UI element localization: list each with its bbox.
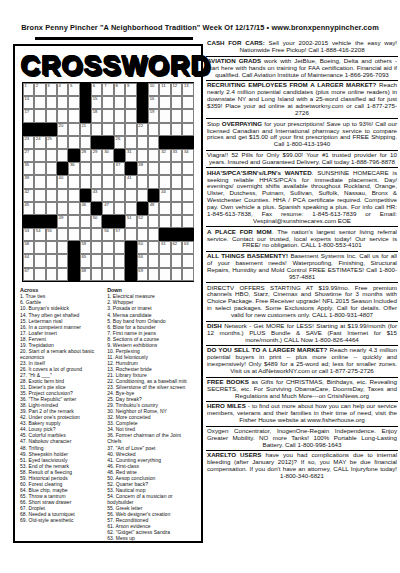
cell-number: 60: [138, 242, 143, 247]
white-cell[interactable]: [46, 202, 57, 215]
black-cell: [148, 189, 159, 202]
white-cell[interactable]: [34, 109, 45, 122]
black-cell: [80, 96, 91, 109]
white-cell[interactable]: [114, 241, 125, 254]
white-cell[interactable]: [182, 254, 193, 267]
white-cell[interactable]: 12: [171, 83, 182, 96]
white-cell[interactable]: [102, 162, 113, 175]
white-cell[interactable]: 65: [80, 254, 91, 267]
white-cell[interactable]: 69: [137, 268, 148, 281]
white-cell[interactable]: [57, 136, 68, 149]
white-cell[interactable]: [68, 109, 79, 122]
white-cell[interactable]: [182, 189, 193, 202]
white-cell[interactable]: 27: [23, 149, 34, 162]
white-cell[interactable]: [102, 109, 113, 122]
cell-number: 18: [93, 110, 98, 115]
white-cell[interactable]: [159, 175, 170, 188]
white-cell[interactable]: [182, 202, 193, 215]
white-cell[interactable]: [34, 175, 45, 188]
down-clue: 36. Former chairman of the Joint Chiefs: [107, 432, 196, 444]
black-cell: [91, 136, 102, 149]
classified-ad: AVIATION GRADS work with JetBlue, Boeing…: [206, 57, 398, 82]
cell-number: 31: [127, 150, 132, 155]
white-cell[interactable]: 38: [137, 162, 148, 175]
white-cell[interactable]: 6: [91, 83, 102, 96]
white-cell[interactable]: 51: [125, 215, 136, 228]
across-clues: 1. True ties6. Garble10. Bunyan's sideki…: [20, 293, 102, 523]
white-cell[interactable]: 5: [68, 83, 79, 96]
white-cell[interactable]: [57, 202, 68, 215]
cell-number: 3: [47, 84, 49, 89]
white-cell[interactable]: [80, 215, 91, 228]
down-clue-column: Down 1. Electrical measure2. Whopper3. P…: [107, 287, 196, 541]
white-cell[interactable]: 46: [80, 202, 91, 215]
white-cell[interactable]: [182, 109, 193, 122]
white-cell[interactable]: [68, 228, 79, 241]
black-cell: [125, 241, 136, 254]
cell-number: 33: [173, 150, 178, 155]
white-cell[interactable]: 55: [46, 228, 57, 241]
white-cell[interactable]: 17: [23, 109, 34, 122]
white-cell[interactable]: 7: [102, 83, 113, 96]
black-cell: [68, 149, 79, 162]
white-cell[interactable]: [102, 123, 113, 136]
cell-number: 15: [93, 97, 98, 102]
white-cell[interactable]: [171, 123, 182, 136]
white-cell[interactable]: 18: [91, 109, 102, 122]
white-cell[interactable]: 24: [34, 136, 45, 149]
white-cell[interactable]: [68, 96, 79, 109]
white-cell[interactable]: 43: [91, 189, 102, 202]
white-cell[interactable]: [125, 189, 136, 202]
white-cell[interactable]: [114, 189, 125, 202]
white-cell[interactable]: [68, 189, 79, 202]
white-cell[interactable]: [91, 123, 102, 136]
white-cell[interactable]: [171, 96, 182, 109]
white-cell[interactable]: [148, 254, 159, 267]
cell-number: 8: [116, 84, 118, 89]
white-cell[interactable]: [102, 268, 113, 281]
white-cell[interactable]: 9: [125, 83, 136, 96]
black-cell: [68, 241, 79, 254]
white-cell[interactable]: 21: [80, 123, 91, 136]
white-cell[interactable]: [46, 149, 57, 162]
white-cell[interactable]: [102, 189, 113, 202]
cell-number: 30: [104, 150, 109, 155]
white-cell[interactable]: 53: [23, 228, 34, 241]
cell-number: 21: [81, 124, 86, 129]
white-cell[interactable]: [46, 96, 57, 109]
cell-number: 19: [150, 110, 155, 115]
black-cell: [171, 136, 182, 149]
white-cell[interactable]: [57, 109, 68, 122]
classified-ad: RECRUITING EMPLOYEES FROM A LARGER MARKE…: [206, 81, 398, 119]
black-cell: [23, 123, 34, 136]
white-cell[interactable]: [57, 228, 68, 241]
cell-number: 68: [81, 269, 86, 274]
crossword-panel: CROSSWORD 123456789101112131415161718192…: [13, 44, 203, 543]
white-cell[interactable]: 35: [23, 162, 34, 175]
white-cell[interactable]: [114, 123, 125, 136]
white-cell[interactable]: [34, 96, 45, 109]
black-cell: [80, 109, 91, 122]
black-cell: [34, 215, 45, 228]
white-cell[interactable]: 3: [46, 83, 57, 96]
white-cell[interactable]: [148, 215, 159, 228]
white-cell[interactable]: [102, 175, 113, 188]
white-cell[interactable]: [137, 136, 148, 149]
white-cell[interactable]: [137, 175, 148, 188]
white-cell[interactable]: [159, 162, 170, 175]
black-cell: [125, 162, 136, 175]
cell-number: 50: [93, 216, 98, 221]
white-cell[interactable]: [182, 175, 193, 188]
cell-number: 9: [127, 84, 129, 89]
black-cell: [114, 215, 125, 228]
white-cell[interactable]: [148, 228, 159, 241]
white-cell[interactable]: 19: [148, 109, 159, 122]
white-cell[interactable]: [159, 109, 170, 122]
white-cell[interactable]: 50: [91, 215, 102, 228]
black-cell: [125, 254, 136, 267]
white-cell[interactable]: 60: [137, 241, 148, 254]
white-cell[interactable]: 1: [23, 83, 34, 96]
white-cell[interactable]: [182, 162, 193, 175]
classified-ad: CASH FOR CARS: Sell your 2002-2015 vehic…: [206, 39, 398, 57]
white-cell[interactable]: [171, 202, 182, 215]
cell-number: 54: [36, 229, 41, 234]
white-cell[interactable]: 54: [34, 228, 45, 241]
white-cell[interactable]: [80, 162, 91, 175]
white-cell[interactable]: [125, 228, 136, 241]
white-cell[interactable]: [34, 241, 45, 254]
black-cell: [80, 83, 91, 96]
white-cell[interactable]: 15: [91, 96, 102, 109]
white-cell[interactable]: [159, 96, 170, 109]
cell-number: 32: [161, 150, 166, 155]
white-cell[interactable]: 22: [137, 123, 148, 136]
white-cell[interactable]: [148, 123, 159, 136]
cell-number: 67: [24, 269, 29, 274]
white-cell[interactable]: [171, 109, 182, 122]
white-cell[interactable]: [148, 175, 159, 188]
white-cell[interactable]: 40: [57, 175, 68, 188]
black-cell: [57, 162, 68, 175]
cell-number: 64: [24, 255, 29, 260]
cell-number: 66: [138, 255, 143, 260]
white-cell[interactable]: 34: [182, 149, 193, 162]
black-cell: [159, 228, 170, 241]
crossword-grid[interactable]: 1234567891011121314151617181920212223242…: [22, 82, 195, 282]
white-cell[interactable]: [46, 162, 57, 175]
white-cell[interactable]: 33: [171, 149, 182, 162]
classified-ad: DIRECTV OFFERS STARTING AT $19.99/mo. Fr…: [206, 283, 398, 321]
white-cell[interactable]: 39: [23, 175, 34, 188]
white-cell[interactable]: 13: [182, 83, 193, 96]
classified-ad: Viagra!! 52 Pills for Only $99.00! Your …: [206, 151, 398, 169]
masthead-website: www.bronxpennypincher.com: [271, 23, 378, 32]
black-cell: [159, 136, 170, 149]
white-cell[interactable]: 32: [159, 149, 170, 162]
white-cell[interactable]: 48: [148, 202, 159, 215]
white-cell[interactable]: 47: [102, 202, 113, 215]
black-cell: [125, 268, 136, 281]
white-cell[interactable]: 11: [159, 83, 170, 96]
white-cell[interactable]: [102, 254, 113, 267]
white-cell[interactable]: 28: [80, 149, 91, 162]
white-cell[interactable]: [182, 123, 193, 136]
white-cell[interactable]: [114, 96, 125, 109]
masthead-text: Bronx Penny Pincher "A Neighborhood Trad…: [21, 23, 271, 32]
white-cell[interactable]: [159, 202, 170, 215]
white-cell[interactable]: 10: [148, 83, 159, 96]
black-cell: [102, 136, 113, 149]
cell-number: 29: [93, 150, 98, 155]
cell-number: 24: [36, 137, 41, 142]
white-cell[interactable]: [57, 254, 68, 267]
white-cell[interactable]: [182, 215, 193, 228]
white-cell[interactable]: [171, 162, 182, 175]
masthead: Bronx Penny Pincher "A Neighborhood Trad…: [0, 23, 400, 32]
down-clues: 1. Electrical measure2. Whopper3. Posada…: [107, 293, 196, 541]
cell-number: 52: [138, 216, 143, 221]
classified-ad: HERO MILES - to find out more about how …: [206, 402, 398, 427]
cell-number: 55: [47, 229, 52, 234]
cell-number: 1: [24, 84, 26, 89]
cell-number: 65: [81, 255, 86, 260]
black-cell: [91, 202, 102, 215]
white-cell[interactable]: [148, 268, 159, 281]
white-cell[interactable]: [125, 136, 136, 149]
across-clue-column: Across 1. True ties6. Garble10. Bunyan's…: [20, 287, 102, 541]
black-cell: [137, 83, 148, 96]
black-cell: [102, 215, 113, 228]
white-cell[interactable]: [171, 189, 182, 202]
white-cell[interactable]: 14: [23, 96, 34, 109]
white-cell[interactable]: 63: [182, 241, 193, 254]
cell-number: 42: [24, 190, 29, 195]
white-cell[interactable]: [46, 268, 57, 281]
white-cell[interactable]: [57, 241, 68, 254]
black-cell: [182, 228, 193, 241]
cell-number: 35: [24, 163, 29, 168]
cell-number: 56: [104, 229, 109, 234]
white-cell[interactable]: 61: [159, 241, 170, 254]
down-label: Down: [107, 287, 196, 293]
cell-number: 45: [24, 203, 29, 208]
white-cell[interactable]: 41: [125, 175, 136, 188]
white-cell[interactable]: [125, 202, 136, 215]
classified-ad: XARELTO USERS have you had complications…: [206, 451, 398, 481]
white-cell[interactable]: 36: [68, 162, 79, 175]
white-cell[interactable]: 26: [114, 136, 125, 149]
white-cell[interactable]: 25: [46, 136, 57, 149]
white-cell[interactable]: [171, 268, 182, 281]
classified-ad: ALL THINGS BASEMENTY! Basement Systems I…: [206, 252, 398, 283]
cell-number: 4: [59, 84, 61, 89]
white-cell[interactable]: [171, 215, 182, 228]
white-cell[interactable]: [159, 268, 170, 281]
crossword-title: CROSSWORD: [20, 49, 196, 81]
white-cell[interactable]: 67: [23, 268, 34, 281]
cell-number: 46: [81, 203, 86, 208]
cell-number: 57: [116, 229, 121, 234]
white-cell[interactable]: [137, 228, 148, 241]
white-cell[interactable]: [102, 96, 113, 109]
white-cell[interactable]: 37: [114, 162, 125, 175]
white-cell[interactable]: [114, 268, 125, 281]
white-cell[interactable]: 59: [80, 241, 91, 254]
white-cell[interactable]: 57: [114, 228, 125, 241]
white-cell[interactable]: [114, 202, 125, 215]
white-cell[interactable]: [114, 175, 125, 188]
white-cell[interactable]: 23: [23, 136, 34, 149]
white-cell[interactable]: [148, 241, 159, 254]
white-cell[interactable]: [34, 254, 45, 267]
white-cell[interactable]: [34, 149, 45, 162]
white-cell[interactable]: [57, 268, 68, 281]
cell-number: 23: [24, 137, 29, 142]
white-cell[interactable]: 62: [171, 241, 182, 254]
white-cell[interactable]: 49: [57, 215, 68, 228]
black-cell: [137, 202, 148, 215]
white-cell[interactable]: [57, 96, 68, 109]
white-cell[interactable]: 52: [137, 215, 148, 228]
white-cell[interactable]: [80, 136, 91, 149]
white-cell[interactable]: 31: [125, 149, 136, 162]
down-clue: 54. Concern of a musician or bodybuilder: [107, 493, 196, 505]
white-cell[interactable]: 44: [159, 189, 170, 202]
white-cell[interactable]: 30: [102, 149, 113, 162]
white-cell[interactable]: 58: [23, 241, 34, 254]
white-cell[interactable]: [91, 254, 102, 267]
white-cell[interactable]: [91, 228, 102, 241]
cell-number: 49: [59, 216, 64, 221]
ad-text: Network - Get MORE for LESS! Starting at…: [207, 322, 397, 343]
cell-number: 16: [150, 97, 155, 102]
cell-number: 51: [127, 216, 132, 221]
cell-number: 28: [81, 150, 86, 155]
white-cell[interactable]: [57, 149, 68, 162]
white-cell[interactable]: [34, 202, 45, 215]
white-cell[interactable]: [91, 241, 102, 254]
black-cell: [80, 189, 91, 202]
cell-number: 40: [59, 176, 64, 181]
cell-number: 5: [70, 84, 72, 89]
newspaper-page: Bronx Penny Pincher "A Neighborhood Trad…: [0, 0, 400, 573]
black-cell: [34, 123, 45, 136]
white-cell[interactable]: [148, 149, 159, 162]
header-rule: [35, 37, 193, 40]
white-cell[interactable]: [171, 254, 182, 267]
white-cell[interactable]: [125, 96, 136, 109]
white-cell[interactable]: [80, 228, 91, 241]
white-cell[interactable]: [91, 268, 102, 281]
ad-text: Viagra!! 52 Pills for Only $99.00! Your …: [207, 151, 397, 165]
white-cell[interactable]: [57, 189, 68, 202]
white-cell[interactable]: [148, 136, 159, 149]
white-cell[interactable]: [46, 109, 57, 122]
white-cell[interactable]: 66: [137, 254, 148, 267]
white-cell[interactable]: [46, 189, 57, 202]
white-cell[interactable]: [148, 162, 159, 175]
white-cell[interactable]: [137, 149, 148, 162]
cell-number: 58: [24, 242, 29, 247]
white-cell[interactable]: 68: [80, 268, 91, 281]
white-cell[interactable]: 56: [102, 228, 113, 241]
white-cell[interactable]: [80, 175, 91, 188]
white-cell[interactable]: [68, 123, 79, 136]
white-cell[interactable]: [182, 96, 193, 109]
classified-ad: HHA'S/PCA'S/RN's/LPN's WANTED. SUNSHINE …: [206, 168, 398, 227]
white-cell[interactable]: 45: [23, 202, 34, 215]
ad-text: Oxygen Concentrator, InogenOne-Regain In…: [207, 427, 397, 448]
white-cell[interactable]: [125, 109, 136, 122]
cell-number: 13: [184, 84, 189, 89]
white-cell[interactable]: [102, 241, 113, 254]
white-cell[interactable]: [159, 123, 170, 136]
white-cell[interactable]: 8: [114, 83, 125, 96]
white-cell[interactable]: [171, 175, 182, 188]
white-cell[interactable]: [46, 175, 57, 188]
cell-number: 53: [24, 229, 29, 234]
white-cell[interactable]: [46, 254, 57, 267]
white-cell[interactable]: [68, 215, 79, 228]
black-cell: [46, 123, 57, 136]
white-cell[interactable]: 2: [34, 83, 45, 96]
cell-number: 59: [81, 242, 86, 247]
white-cell[interactable]: 29: [91, 149, 102, 162]
white-cell[interactable]: [114, 109, 125, 122]
cell-number: 38: [138, 163, 143, 168]
white-cell[interactable]: [91, 175, 102, 188]
white-cell[interactable]: [137, 189, 148, 202]
white-cell[interactable]: [159, 254, 170, 267]
white-cell[interactable]: [182, 268, 193, 281]
white-cell[interactable]: [68, 202, 79, 215]
white-cell[interactable]: [46, 241, 57, 254]
white-cell[interactable]: [34, 189, 45, 202]
cell-number: 69: [138, 269, 143, 274]
white-cell[interactable]: 16: [148, 96, 159, 109]
cell-number: 20: [59, 124, 64, 129]
white-cell[interactable]: [159, 215, 170, 228]
classified-ad: Oxygen Concentrator, InogenOne-Regain In…: [206, 427, 398, 452]
down-clue: 63. Mess up: [107, 535, 196, 541]
cell-number: 22: [138, 124, 143, 129]
white-cell[interactable]: [114, 254, 125, 267]
cell-number: 39: [24, 176, 29, 181]
classified-ad: Stop OVERPAYING for your prescriptions! …: [206, 119, 398, 150]
classified-ad: DO YOU SELL TO A LARGER MARKET? Reach ne…: [206, 346, 398, 377]
cell-number: 26: [116, 137, 121, 142]
white-cell[interactable]: [34, 268, 45, 281]
white-cell[interactable]: 20: [57, 123, 68, 136]
white-cell[interactable]: [91, 162, 102, 175]
white-cell[interactable]: [125, 123, 136, 136]
white-cell[interactable]: 64: [23, 254, 34, 267]
cell-number: 41: [127, 176, 132, 181]
white-cell[interactable]: 42: [23, 189, 34, 202]
white-cell[interactable]: [68, 175, 79, 188]
white-cell[interactable]: [34, 162, 45, 175]
clue-lists: Across 1. True ties6. Garble10. Bunyan's…: [20, 287, 196, 541]
white-cell[interactable]: 4: [57, 83, 68, 96]
black-cell: [171, 228, 182, 241]
cell-number: 17: [24, 110, 29, 115]
black-cell: [46, 215, 57, 228]
white-cell[interactable]: [68, 136, 79, 149]
